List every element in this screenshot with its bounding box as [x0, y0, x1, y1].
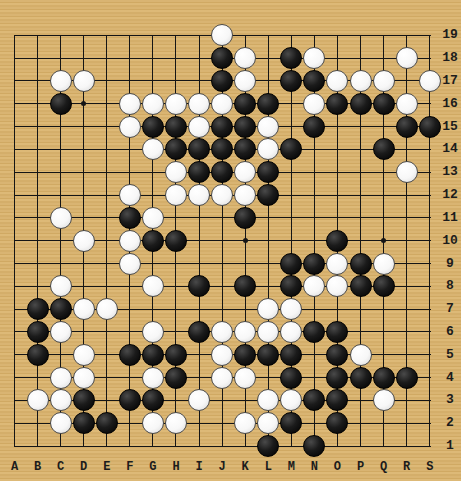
white-stone — [211, 344, 233, 366]
white-stone — [257, 321, 279, 343]
black-stone — [280, 253, 302, 275]
black-stone — [280, 47, 302, 69]
black-stone — [50, 93, 72, 115]
grid-vline — [106, 35, 107, 447]
white-stone — [350, 70, 372, 92]
white-stone — [303, 275, 325, 297]
hoshi-point — [381, 238, 386, 243]
black-stone — [142, 389, 164, 411]
column-label: S — [421, 460, 439, 474]
black-stone — [50, 298, 72, 320]
white-stone — [396, 161, 418, 183]
row-label: 16 — [437, 97, 461, 111]
white-stone — [211, 93, 233, 115]
white-stone — [257, 116, 279, 138]
white-stone — [50, 70, 72, 92]
row-label: 14 — [437, 142, 461, 156]
row-label: 18 — [437, 51, 461, 65]
white-stone — [234, 184, 256, 206]
column-label: R — [398, 460, 416, 474]
hoshi-point — [243, 238, 248, 243]
column-label: B — [29, 460, 47, 474]
black-stone — [303, 389, 325, 411]
grid-hline — [15, 217, 431, 218]
column-label: O — [328, 460, 346, 474]
black-stone — [303, 70, 325, 92]
column-label: Q — [375, 460, 393, 474]
white-stone — [142, 321, 164, 343]
white-stone — [142, 207, 164, 229]
white-stone — [396, 47, 418, 69]
black-stone — [280, 275, 302, 297]
column-label: P — [352, 460, 370, 474]
white-stone — [27, 389, 49, 411]
white-stone — [142, 138, 164, 160]
white-stone — [119, 230, 141, 252]
white-stone — [96, 298, 118, 320]
black-stone — [303, 321, 325, 343]
black-stone — [165, 116, 187, 138]
row-label: 9 — [437, 257, 461, 271]
column-label: A — [6, 460, 24, 474]
white-stone — [211, 321, 233, 343]
column-label: E — [98, 460, 116, 474]
black-stone — [326, 412, 348, 434]
white-stone — [373, 253, 395, 275]
black-stone — [280, 367, 302, 389]
white-stone — [50, 389, 72, 411]
black-stone — [188, 321, 210, 343]
black-stone — [280, 412, 302, 434]
black-stone — [211, 138, 233, 160]
row-label: 10 — [437, 234, 461, 248]
white-stone — [211, 24, 233, 46]
white-stone — [257, 412, 279, 434]
white-stone — [142, 412, 164, 434]
black-stone — [326, 93, 348, 115]
white-stone — [73, 70, 95, 92]
white-stone — [234, 161, 256, 183]
black-stone — [188, 161, 210, 183]
white-stone — [188, 93, 210, 115]
black-stone — [234, 207, 256, 229]
white-stone — [211, 184, 233, 206]
white-stone — [257, 389, 279, 411]
black-stone — [326, 344, 348, 366]
row-label: 19 — [437, 28, 461, 42]
white-stone — [373, 70, 395, 92]
black-stone — [257, 435, 279, 457]
black-stone — [303, 116, 325, 138]
black-stone — [142, 116, 164, 138]
black-stone — [257, 344, 279, 366]
black-stone — [73, 389, 95, 411]
white-stone — [350, 344, 372, 366]
black-stone — [350, 93, 372, 115]
white-stone — [50, 412, 72, 434]
row-label: 11 — [437, 211, 461, 225]
column-label: M — [282, 460, 300, 474]
black-stone — [142, 230, 164, 252]
black-stone — [234, 116, 256, 138]
white-stone — [50, 367, 72, 389]
black-stone — [280, 138, 302, 160]
white-stone — [142, 93, 164, 115]
black-stone — [234, 275, 256, 297]
white-stone — [280, 389, 302, 411]
white-stone — [188, 184, 210, 206]
white-stone — [234, 412, 256, 434]
column-label: G — [144, 460, 162, 474]
white-stone — [119, 184, 141, 206]
black-stone — [326, 367, 348, 389]
black-stone — [165, 344, 187, 366]
black-stone — [165, 367, 187, 389]
go-board[interactable]: ABCDEFGHIJKLMNOPQRS 19181716151413121110… — [0, 0, 461, 481]
white-stone — [73, 367, 95, 389]
white-stone — [188, 116, 210, 138]
row-label: 2 — [437, 416, 461, 430]
column-label: F — [121, 460, 139, 474]
row-label: 4 — [437, 371, 461, 385]
white-stone — [119, 253, 141, 275]
black-stone — [350, 253, 372, 275]
white-stone — [211, 367, 233, 389]
black-stone — [373, 367, 395, 389]
white-stone — [234, 321, 256, 343]
black-stone — [257, 161, 279, 183]
white-stone — [50, 275, 72, 297]
black-stone — [96, 412, 118, 434]
row-label: 13 — [437, 165, 461, 179]
white-stone — [165, 93, 187, 115]
black-stone — [396, 116, 418, 138]
black-stone — [373, 138, 395, 160]
white-stone — [326, 253, 348, 275]
white-stone — [165, 412, 187, 434]
black-stone — [373, 93, 395, 115]
black-stone — [350, 275, 372, 297]
white-stone — [165, 184, 187, 206]
black-stone — [211, 70, 233, 92]
white-stone — [396, 93, 418, 115]
hoshi-point — [81, 101, 86, 106]
white-stone — [119, 116, 141, 138]
white-stone — [280, 321, 302, 343]
white-stone — [373, 389, 395, 411]
black-stone — [373, 275, 395, 297]
white-stone — [326, 70, 348, 92]
black-stone — [234, 344, 256, 366]
black-stone — [280, 344, 302, 366]
row-label: 7 — [437, 302, 461, 316]
row-label: 6 — [437, 325, 461, 339]
black-stone — [188, 138, 210, 160]
white-stone — [303, 47, 325, 69]
black-stone — [165, 138, 187, 160]
row-label: 12 — [437, 188, 461, 202]
row-label: 17 — [437, 74, 461, 88]
row-label: 8 — [437, 279, 461, 293]
black-stone — [326, 389, 348, 411]
black-stone — [303, 253, 325, 275]
white-stone — [73, 298, 95, 320]
black-stone — [257, 93, 279, 115]
column-label: H — [167, 460, 185, 474]
white-stone — [50, 321, 72, 343]
black-stone — [280, 70, 302, 92]
row-label: 1 — [437, 439, 461, 453]
black-stone — [188, 275, 210, 297]
column-label: I — [190, 460, 208, 474]
black-stone — [119, 344, 141, 366]
white-stone — [234, 70, 256, 92]
row-label: 15 — [437, 120, 461, 134]
grid-vline — [37, 35, 38, 447]
row-label: 5 — [437, 348, 461, 362]
white-stone — [188, 389, 210, 411]
white-stone — [257, 138, 279, 160]
white-stone — [303, 93, 325, 115]
white-stone — [73, 230, 95, 252]
white-stone — [257, 298, 279, 320]
black-stone — [234, 93, 256, 115]
black-stone — [73, 412, 95, 434]
grid-hline — [15, 446, 431, 447]
black-stone — [350, 367, 372, 389]
white-stone — [165, 161, 187, 183]
white-stone — [119, 93, 141, 115]
column-label: J — [213, 460, 231, 474]
row-label: 3 — [437, 393, 461, 407]
black-stone — [257, 184, 279, 206]
black-stone — [165, 230, 187, 252]
black-stone — [27, 321, 49, 343]
black-stone — [396, 367, 418, 389]
white-stone — [50, 207, 72, 229]
black-stone — [119, 207, 141, 229]
white-stone — [234, 47, 256, 69]
column-label: N — [305, 460, 323, 474]
column-label: D — [75, 460, 93, 474]
white-stone — [142, 275, 164, 297]
column-label: K — [236, 460, 254, 474]
white-stone — [326, 275, 348, 297]
column-label: C — [52, 460, 70, 474]
white-stone — [73, 344, 95, 366]
black-stone — [326, 230, 348, 252]
black-stone — [303, 435, 325, 457]
black-stone — [27, 298, 49, 320]
black-stone — [27, 344, 49, 366]
white-stone — [234, 367, 256, 389]
black-stone — [326, 321, 348, 343]
white-stone — [280, 298, 302, 320]
black-stone — [119, 389, 141, 411]
black-stone — [234, 138, 256, 160]
black-stone — [211, 116, 233, 138]
black-stone — [211, 161, 233, 183]
white-stone — [142, 367, 164, 389]
grid-vline — [14, 35, 15, 447]
column-label: L — [259, 460, 277, 474]
black-stone — [211, 47, 233, 69]
grid-vline — [429, 35, 430, 447]
black-stone — [142, 344, 164, 366]
